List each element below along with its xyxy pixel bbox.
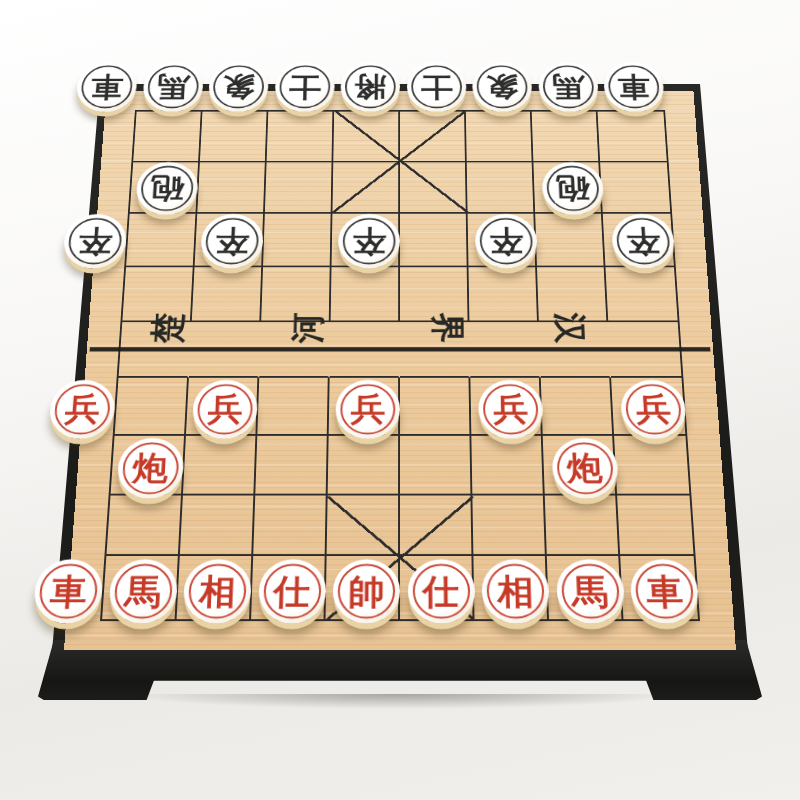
piece-red-general[interactable]: 帥 — [332, 559, 400, 623]
piece-red-advisor[interactable]: 仕 — [407, 559, 475, 623]
piece-black-advisor[interactable]: 士 — [407, 62, 467, 112]
piece-glyph: 相 — [182, 559, 252, 623]
piece-glyph: 仕 — [257, 559, 326, 623]
piece-glyph: 車 — [75, 62, 138, 112]
piece-black-chariot[interactable]: 車 — [603, 62, 665, 112]
piece-glyph: 兵 — [191, 380, 258, 439]
piece-glyph: 士 — [274, 62, 335, 112]
piece-red-advisor[interactable]: 仕 — [257, 559, 326, 623]
piece-glyph: 帥 — [332, 559, 400, 623]
piece-glyph: 炮 — [116, 438, 185, 499]
piece-glyph: 炮 — [551, 438, 619, 499]
piece-glyph: 象 — [472, 62, 533, 112]
photo-background: 楚河界汉 車馬象士將士象馬車砲砲卒卒卒卒卒兵兵兵兵兵炮炮車馬相仕帥仕相馬車 — [0, 0, 800, 800]
piece-black-cannon[interactable]: 砲 — [541, 162, 604, 215]
piece-glyph: 卒 — [611, 214, 676, 268]
piece-black-elephant[interactable]: 象 — [472, 62, 533, 112]
piece-red-elephant[interactable]: 相 — [481, 559, 550, 623]
piece-glyph: 車 — [603, 62, 665, 112]
piece-black-elephant[interactable]: 象 — [208, 62, 269, 112]
piece-red-soldier[interactable]: 兵 — [478, 380, 544, 439]
piece-red-horse[interactable]: 馬 — [107, 559, 178, 623]
pieces-layer: 車馬象士將士象馬車砲砲卒卒卒卒卒兵兵兵兵兵炮炮車馬相仕帥仕相馬車 — [68, 91, 665, 597]
piece-glyph: 兵 — [335, 380, 400, 439]
piece-glyph: 砲 — [541, 162, 604, 215]
piece-black-soldier[interactable]: 卒 — [62, 214, 128, 268]
piece-black-soldier[interactable]: 卒 — [475, 214, 538, 268]
piece-red-chariot[interactable]: 車 — [32, 559, 104, 623]
piece-red-soldier[interactable]: 兵 — [335, 380, 400, 439]
piece-red-soldier[interactable]: 兵 — [48, 380, 117, 439]
piece-glyph: 車 — [629, 559, 700, 623]
piece-red-soldier[interactable]: 兵 — [620, 380, 688, 439]
piece-glyph: 將 — [340, 62, 400, 112]
piece-glyph: 砲 — [135, 162, 199, 215]
piece-glyph: 象 — [208, 62, 269, 112]
piece-glyph: 兵 — [620, 380, 688, 439]
piece-glyph: 車 — [32, 559, 104, 623]
piece-glyph: 兵 — [478, 380, 544, 439]
piece-black-soldier[interactable]: 卒 — [611, 214, 676, 268]
piece-glyph: 卒 — [475, 214, 538, 268]
piece-black-cannon[interactable]: 砲 — [135, 162, 199, 215]
piece-glyph: 馬 — [107, 559, 178, 623]
piece-glyph: 相 — [481, 559, 550, 623]
piece-glyph: 馬 — [537, 62, 599, 112]
piece-black-general[interactable]: 將 — [340, 62, 400, 112]
piece-black-advisor[interactable]: 士 — [274, 62, 335, 112]
piece-glyph: 仕 — [407, 559, 475, 623]
xiangqi-board: 楚河界汉 車馬象士將士象馬車砲砲卒卒卒卒卒兵兵兵兵兵炮炮車馬相仕帥仕相馬車 — [64, 91, 736, 650]
piece-glyph: 卒 — [338, 214, 400, 268]
piece-black-horse[interactable]: 馬 — [537, 62, 599, 112]
piece-red-horse[interactable]: 馬 — [555, 559, 625, 623]
piece-black-soldier[interactable]: 卒 — [338, 214, 400, 268]
piece-glyph: 卒 — [62, 214, 128, 268]
piece-black-soldier[interactable]: 卒 — [200, 214, 264, 268]
piece-black-horse[interactable]: 馬 — [141, 62, 203, 112]
piece-red-soldier[interactable]: 兵 — [191, 380, 258, 439]
piece-glyph: 馬 — [555, 559, 625, 623]
piece-red-cannon[interactable]: 炮 — [116, 438, 185, 499]
piece-red-elephant[interactable]: 相 — [182, 559, 252, 623]
piece-glyph: 兵 — [48, 380, 117, 439]
piece-glyph: 卒 — [200, 214, 264, 268]
piece-red-cannon[interactable]: 炮 — [551, 438, 619, 499]
piece-red-chariot[interactable]: 車 — [629, 559, 700, 623]
piece-glyph: 士 — [407, 62, 467, 112]
piece-glyph: 馬 — [141, 62, 203, 112]
piece-black-chariot[interactable]: 車 — [75, 62, 138, 112]
